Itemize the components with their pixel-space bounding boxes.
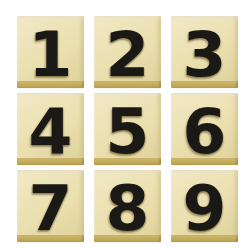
tile-5-bottom-band <box>94 158 161 165</box>
tile-5-number: 5 <box>106 100 150 163</box>
tile-5[interactable]: 5 <box>94 93 161 165</box>
tile-8[interactable]: 8 <box>94 170 161 242</box>
tile-2-bottom-band <box>94 81 161 88</box>
tile-4-bottom-band <box>17 158 84 165</box>
tile-4[interactable]: 4 <box>17 93 84 165</box>
tile-7-number: 7 <box>29 177 73 240</box>
tile-1-number: 1 <box>29 23 73 86</box>
tile-9-number: 9 <box>183 177 227 240</box>
tile-board-background: 1 2 3 4 5 6 7 8 <box>0 0 250 250</box>
tile-6-bottom-band <box>171 158 238 165</box>
tile-2[interactable]: 2 <box>94 16 161 88</box>
tile-2-number: 2 <box>106 23 150 86</box>
tile-1-bottom-band <box>17 81 84 88</box>
tile-1[interactable]: 1 <box>17 16 84 88</box>
tile-7-bottom-band <box>17 235 84 242</box>
number-tile-grid: 1 2 3 4 5 6 7 8 <box>17 16 238 242</box>
tile-7[interactable]: 7 <box>17 170 84 242</box>
tile-3-number: 3 <box>183 23 227 86</box>
tile-9[interactable]: 9 <box>171 170 238 242</box>
tile-9-bottom-band <box>171 235 238 242</box>
tile-3-bottom-band <box>171 81 238 88</box>
tile-6-number: 6 <box>183 100 227 163</box>
tile-3[interactable]: 3 <box>171 16 238 88</box>
tile-4-number: 4 <box>29 100 73 163</box>
tile-8-number: 8 <box>106 177 150 240</box>
tile-6[interactable]: 6 <box>171 93 238 165</box>
tile-8-bottom-band <box>94 235 161 242</box>
